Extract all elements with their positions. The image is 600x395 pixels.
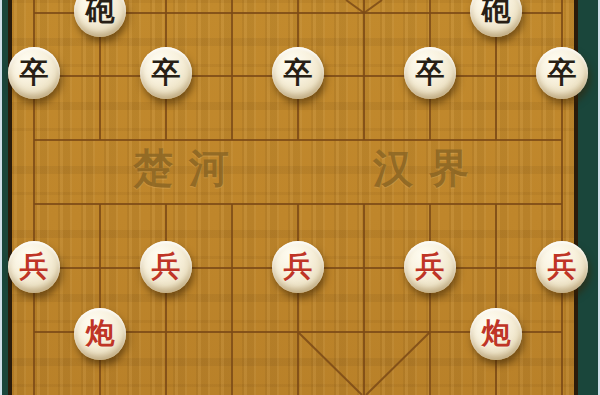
black-soldier-piece[interactable]: 卒: [272, 47, 324, 99]
black-soldier-glyph: 卒: [152, 58, 181, 87]
black-soldier-piece[interactable]: 卒: [8, 47, 60, 99]
red-soldier-piece[interactable]: 兵: [140, 241, 192, 293]
screen-edge-sliver-left: [0, 0, 2, 395]
red-soldier-piece[interactable]: 兵: [8, 241, 60, 293]
black-cannon-glyph: 砲: [86, 0, 115, 25]
red-cannon-piece[interactable]: 炮: [470, 308, 522, 360]
xiangqi-app-screen: 楚河 汉界 砲砲卒卒卒卒卒兵兵兵兵兵炮炮: [0, 0, 600, 395]
black-soldier-glyph: 卒: [416, 58, 445, 87]
red-soldier-glyph: 兵: [20, 252, 49, 281]
red-soldier-glyph: 兵: [416, 252, 445, 281]
black-cannon-piece[interactable]: 砲: [470, 0, 522, 37]
red-soldier-glyph: 兵: [152, 252, 181, 281]
red-soldier-piece[interactable]: 兵: [536, 241, 588, 293]
red-cannon-piece[interactable]: 炮: [74, 308, 126, 360]
black-cannon-piece[interactable]: 砲: [74, 0, 126, 37]
black-soldier-glyph: 卒: [284, 58, 313, 87]
black-soldier-piece[interactable]: 卒: [404, 47, 456, 99]
black-soldier-piece[interactable]: 卒: [536, 47, 588, 99]
black-cannon-glyph: 砲: [482, 0, 511, 25]
black-soldier-glyph: 卒: [548, 58, 577, 87]
red-soldier-glyph: 兵: [548, 252, 577, 281]
red-soldier-glyph: 兵: [284, 252, 313, 281]
pieces-layer: 砲砲卒卒卒卒卒兵兵兵兵兵炮炮: [0, 0, 600, 395]
red-soldier-piece[interactable]: 兵: [404, 241, 456, 293]
black-soldier-piece[interactable]: 卒: [140, 47, 192, 99]
red-cannon-glyph: 炮: [482, 319, 511, 348]
black-soldier-glyph: 卒: [20, 58, 49, 87]
red-soldier-piece[interactable]: 兵: [272, 241, 324, 293]
red-cannon-glyph: 炮: [86, 319, 115, 348]
